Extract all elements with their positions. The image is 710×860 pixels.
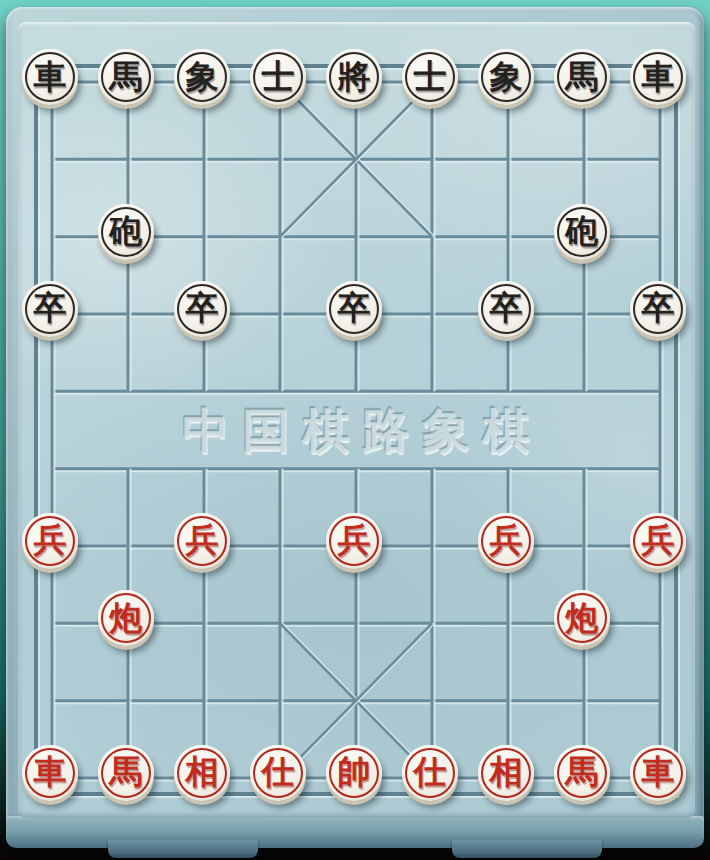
piece-ring: 兵 xyxy=(481,516,531,566)
piece-red-advisor[interactable]: 仕 xyxy=(250,745,306,801)
piece-black-elephant[interactable]: 象 xyxy=(174,49,230,105)
piece-red-chariot[interactable]: 車 xyxy=(22,745,78,801)
piece-ring: 馬 xyxy=(557,52,607,102)
piece-red-elephant[interactable]: 相 xyxy=(478,745,534,801)
piece-ring: 車 xyxy=(633,748,683,798)
piece-ring: 將 xyxy=(329,52,379,102)
piece-glyph: 砲 xyxy=(110,214,143,247)
piece-glyph: 象 xyxy=(490,60,523,93)
piece-red-elephant[interactable]: 相 xyxy=(174,745,230,801)
piece-red-cannon[interactable]: 炮 xyxy=(554,590,610,646)
piece-red-advisor[interactable]: 仕 xyxy=(402,745,458,801)
piece-black-general[interactable]: 將 xyxy=(326,49,382,105)
piece-black-cannon[interactable]: 砲 xyxy=(554,204,610,260)
piece-red-horse[interactable]: 馬 xyxy=(554,745,610,801)
piece-ring: 帥 xyxy=(329,748,379,798)
piece-black-soldier[interactable]: 卒 xyxy=(630,281,686,337)
piece-glyph: 仕 xyxy=(414,755,447,788)
piece-glyph: 卒 xyxy=(34,291,67,324)
piece-glyph: 炮 xyxy=(110,601,143,634)
piece-ring: 仕 xyxy=(405,748,455,798)
piece-red-cannon[interactable]: 炮 xyxy=(98,590,154,646)
piece-glyph: 將 xyxy=(338,60,371,93)
piece-red-soldier[interactable]: 兵 xyxy=(326,513,382,569)
piece-red-horse[interactable]: 馬 xyxy=(98,745,154,801)
piece-ring: 卒 xyxy=(177,284,227,334)
piece-black-horse[interactable]: 馬 xyxy=(98,49,154,105)
piece-glyph: 車 xyxy=(642,755,675,788)
piece-ring: 卒 xyxy=(25,284,75,334)
piece-black-soldier[interactable]: 卒 xyxy=(174,281,230,337)
piece-ring: 兵 xyxy=(633,516,683,566)
piece-ring: 炮 xyxy=(101,593,151,643)
piece-red-soldier[interactable]: 兵 xyxy=(22,513,78,569)
river-watermark: 中国棋路象棋 xyxy=(52,396,660,464)
piece-ring: 士 xyxy=(253,52,303,102)
piece-ring: 車 xyxy=(633,52,683,102)
piece-black-soldier[interactable]: 卒 xyxy=(326,281,382,337)
piece-ring: 兵 xyxy=(25,516,75,566)
piece-glyph: 士 xyxy=(262,60,295,93)
piece-glyph: 馬 xyxy=(110,60,143,93)
piece-glyph: 兵 xyxy=(34,523,67,556)
piece-black-advisor[interactable]: 士 xyxy=(250,49,306,105)
piece-black-cannon[interactable]: 砲 xyxy=(98,204,154,260)
piece-black-chariot[interactable]: 車 xyxy=(630,49,686,105)
piece-ring: 兵 xyxy=(329,516,379,566)
piece-ring: 相 xyxy=(481,748,531,798)
piece-ring: 砲 xyxy=(557,207,607,257)
piece-red-chariot[interactable]: 車 xyxy=(630,745,686,801)
piece-ring: 馬 xyxy=(101,52,151,102)
piece-black-advisor[interactable]: 士 xyxy=(402,49,458,105)
piece-glyph: 車 xyxy=(34,60,67,93)
piece-glyph: 車 xyxy=(642,60,675,93)
piece-ring: 車 xyxy=(25,748,75,798)
piece-ring: 炮 xyxy=(557,593,607,643)
piece-glyph: 兵 xyxy=(338,523,371,556)
piece-black-soldier[interactable]: 卒 xyxy=(22,281,78,337)
piece-ring: 士 xyxy=(405,52,455,102)
piece-glyph: 士 xyxy=(414,60,447,93)
piece-red-general[interactable]: 帥 xyxy=(326,745,382,801)
piece-glyph: 兵 xyxy=(186,523,219,556)
piece-glyph: 帥 xyxy=(338,755,371,788)
piece-glyph: 相 xyxy=(490,755,523,788)
piece-glyph: 相 xyxy=(186,755,219,788)
piece-glyph: 卒 xyxy=(186,291,219,324)
piece-glyph: 卒 xyxy=(490,291,523,324)
piece-glyph: 馬 xyxy=(110,755,143,788)
piece-glyph: 卒 xyxy=(338,291,371,324)
piece-red-soldier[interactable]: 兵 xyxy=(478,513,534,569)
piece-ring: 車 xyxy=(25,52,75,102)
piece-black-soldier[interactable]: 卒 xyxy=(478,281,534,337)
piece-red-soldier[interactable]: 兵 xyxy=(174,513,230,569)
piece-ring: 兵 xyxy=(177,516,227,566)
piece-ring: 馬 xyxy=(557,748,607,798)
piece-ring: 卒 xyxy=(633,284,683,334)
piece-glyph: 馬 xyxy=(566,60,599,93)
piece-glyph: 砲 xyxy=(566,214,599,247)
piece-glyph: 車 xyxy=(34,755,67,788)
piece-glyph: 馬 xyxy=(566,755,599,788)
piece-ring: 相 xyxy=(177,748,227,798)
piece-ring: 馬 xyxy=(101,748,151,798)
piece-black-horse[interactable]: 馬 xyxy=(554,49,610,105)
piece-glyph: 象 xyxy=(186,60,219,93)
piece-glyph: 兵 xyxy=(642,523,675,556)
piece-ring: 象 xyxy=(177,52,227,102)
piece-glyph: 炮 xyxy=(566,601,599,634)
piece-ring: 象 xyxy=(481,52,531,102)
piece-red-soldier[interactable]: 兵 xyxy=(630,513,686,569)
piece-ring: 卒 xyxy=(329,284,379,334)
piece-black-chariot[interactable]: 車 xyxy=(22,49,78,105)
piece-ring: 仕 xyxy=(253,748,303,798)
piece-glyph: 仕 xyxy=(262,755,295,788)
piece-glyph: 兵 xyxy=(490,523,523,556)
piece-black-elephant[interactable]: 象 xyxy=(478,49,534,105)
piece-glyph: 卒 xyxy=(642,291,675,324)
piece-ring: 砲 xyxy=(101,207,151,257)
piece-ring: 卒 xyxy=(481,284,531,334)
